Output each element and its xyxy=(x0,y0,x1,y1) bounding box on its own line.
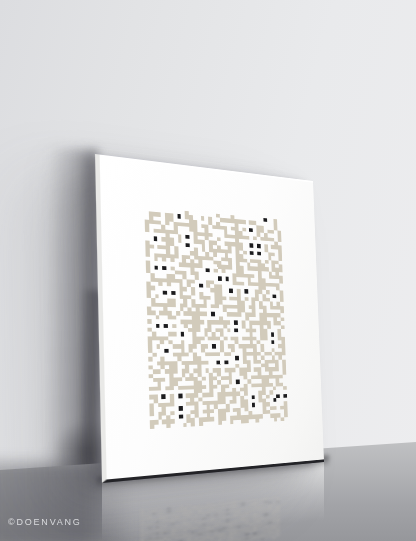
canvas-print xyxy=(95,154,324,483)
watermark: ©DOENVANG xyxy=(8,517,82,527)
kufic-artwork-reflection xyxy=(140,496,280,541)
scene: ©DOENVANG xyxy=(0,0,416,541)
kufic-cell-empty xyxy=(284,417,288,421)
kufic-artwork xyxy=(144,207,288,429)
